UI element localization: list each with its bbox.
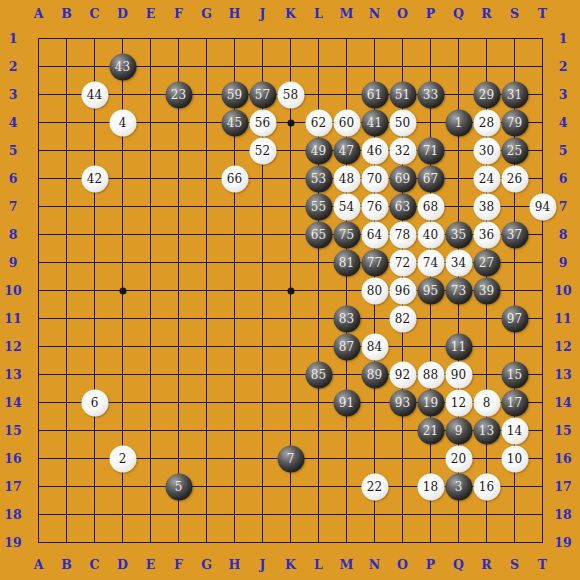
board-point-J7[interactable] <box>249 193 277 221</box>
white-stone-L4[interactable]: 62 <box>305 109 332 136</box>
board-point-D1[interactable] <box>109 25 137 53</box>
board-point-H2[interactable] <box>221 53 249 81</box>
board-point-A9[interactable] <box>25 249 53 277</box>
black-stone-S3[interactable]: 31 <box>501 81 528 108</box>
white-stone-O4[interactable]: 50 <box>389 109 416 136</box>
board-point-Q2[interactable] <box>445 53 473 81</box>
board-point-J2[interactable] <box>249 53 277 81</box>
black-stone-L13[interactable]: 85 <box>305 361 332 388</box>
board-point-E7[interactable] <box>137 193 165 221</box>
board-point-H18[interactable] <box>221 501 249 529</box>
board-point-T11[interactable] <box>529 305 557 333</box>
board-point-T18[interactable] <box>529 501 557 529</box>
board-point-Q18[interactable] <box>445 501 473 529</box>
white-stone-S15[interactable]: 14 <box>501 417 528 444</box>
board-point-H14[interactable] <box>221 389 249 417</box>
board-point-R18[interactable] <box>473 501 501 529</box>
board-point-O1[interactable] <box>389 25 417 53</box>
board-point-O15[interactable] <box>389 417 417 445</box>
black-stone-R15[interactable]: 13 <box>473 417 500 444</box>
black-stone-M9[interactable]: 81 <box>333 249 360 276</box>
board-point-H8[interactable] <box>221 221 249 249</box>
black-stone-M8[interactable]: 75 <box>333 221 360 248</box>
board-point-O12[interactable] <box>389 333 417 361</box>
board-point-C4[interactable] <box>81 109 109 137</box>
white-stone-Q14[interactable]: 12 <box>445 389 472 416</box>
board-point-M3[interactable] <box>333 81 361 109</box>
white-stone-D16[interactable]: 2 <box>109 445 136 472</box>
board-point-E12[interactable] <box>137 333 165 361</box>
board-point-E14[interactable] <box>137 389 165 417</box>
board-point-A13[interactable] <box>25 361 53 389</box>
black-stone-S5[interactable]: 25 <box>501 137 528 164</box>
black-stone-P6[interactable]: 67 <box>417 165 444 192</box>
board-point-B7[interactable] <box>53 193 81 221</box>
board-point-T9[interactable] <box>529 249 557 277</box>
board-point-K14[interactable] <box>277 389 305 417</box>
board-point-M16[interactable] <box>333 445 361 473</box>
board-point-K10[interactable] <box>277 277 305 305</box>
board-point-N1[interactable] <box>361 25 389 53</box>
board-point-B11[interactable] <box>53 305 81 333</box>
board-point-E17[interactable] <box>137 473 165 501</box>
board-point-A14[interactable] <box>25 389 53 417</box>
board-point-F11[interactable] <box>165 305 193 333</box>
black-stone-N13[interactable]: 89 <box>361 361 388 388</box>
board-point-F2[interactable] <box>165 53 193 81</box>
board-point-G1[interactable] <box>193 25 221 53</box>
board-point-F5[interactable] <box>165 137 193 165</box>
board-point-H11[interactable] <box>221 305 249 333</box>
board-point-G6[interactable] <box>193 165 221 193</box>
board-point-G13[interactable] <box>193 361 221 389</box>
board-point-C8[interactable] <box>81 221 109 249</box>
board-point-F7[interactable] <box>165 193 193 221</box>
board-point-R12[interactable] <box>473 333 501 361</box>
board-point-H10[interactable] <box>221 277 249 305</box>
board-point-A11[interactable] <box>25 305 53 333</box>
board-point-D5[interactable] <box>109 137 137 165</box>
board-point-D9[interactable] <box>109 249 137 277</box>
board-point-C1[interactable] <box>81 25 109 53</box>
board-point-C9[interactable] <box>81 249 109 277</box>
board-point-J9[interactable] <box>249 249 277 277</box>
white-stone-R7[interactable]: 38 <box>473 193 500 220</box>
board-point-J12[interactable] <box>249 333 277 361</box>
board-point-L12[interactable] <box>305 333 333 361</box>
board-point-E15[interactable] <box>137 417 165 445</box>
board-point-B1[interactable] <box>53 25 81 53</box>
board-point-K6[interactable] <box>277 165 305 193</box>
board-point-C18[interactable] <box>81 501 109 529</box>
black-stone-M11[interactable]: 83 <box>333 305 360 332</box>
white-stone-R4[interactable]: 28 <box>473 109 500 136</box>
board-point-K18[interactable] <box>277 501 305 529</box>
black-stone-P10[interactable]: 95 <box>417 277 444 304</box>
white-stone-N10[interactable]: 80 <box>361 277 388 304</box>
board-point-P4[interactable] <box>417 109 445 137</box>
black-stone-D2[interactable]: 43 <box>109 53 136 80</box>
board-point-B13[interactable] <box>53 361 81 389</box>
black-stone-J3[interactable]: 57 <box>249 81 276 108</box>
black-stone-N9[interactable]: 77 <box>361 249 388 276</box>
board-point-E16[interactable] <box>137 445 165 473</box>
board-point-E4[interactable] <box>137 109 165 137</box>
board-point-T15[interactable] <box>529 417 557 445</box>
board-point-H5[interactable] <box>221 137 249 165</box>
board-point-C12[interactable] <box>81 333 109 361</box>
white-stone-T7[interactable]: 94 <box>529 193 556 220</box>
board-point-P1[interactable] <box>417 25 445 53</box>
white-stone-N17[interactable]: 22 <box>361 473 388 500</box>
board-point-K13[interactable] <box>277 361 305 389</box>
board-point-T6[interactable] <box>529 165 557 193</box>
board-point-B8[interactable] <box>53 221 81 249</box>
white-stone-R5[interactable]: 30 <box>473 137 500 164</box>
board-point-D13[interactable] <box>109 361 137 389</box>
board-point-C16[interactable] <box>81 445 109 473</box>
board-point-L3[interactable] <box>305 81 333 109</box>
board-point-A19[interactable] <box>25 529 53 557</box>
board-point-G14[interactable] <box>193 389 221 417</box>
board-point-A1[interactable] <box>25 25 53 53</box>
white-stone-M6[interactable]: 48 <box>333 165 360 192</box>
board-point-E9[interactable] <box>137 249 165 277</box>
board-point-T10[interactable] <box>529 277 557 305</box>
black-stone-H4[interactable]: 45 <box>221 109 248 136</box>
board-point-J11[interactable] <box>249 305 277 333</box>
board-point-R1[interactable] <box>473 25 501 53</box>
board-point-L9[interactable] <box>305 249 333 277</box>
black-stone-S4[interactable]: 79 <box>501 109 528 136</box>
board-point-C10[interactable] <box>81 277 109 305</box>
board-point-A6[interactable] <box>25 165 53 193</box>
board-point-K9[interactable] <box>277 249 305 277</box>
board-point-Q1[interactable] <box>445 25 473 53</box>
black-stone-O6[interactable]: 69 <box>389 165 416 192</box>
black-stone-N3[interactable]: 61 <box>361 81 388 108</box>
board-point-F14[interactable] <box>165 389 193 417</box>
board-point-K7[interactable] <box>277 193 305 221</box>
board-point-G4[interactable] <box>193 109 221 137</box>
board-point-E19[interactable] <box>137 529 165 557</box>
board-point-C15[interactable] <box>81 417 109 445</box>
board-point-G2[interactable] <box>193 53 221 81</box>
board-point-K17[interactable] <box>277 473 305 501</box>
board-point-K8[interactable] <box>277 221 305 249</box>
board-point-Q5[interactable] <box>445 137 473 165</box>
board-point-J16[interactable] <box>249 445 277 473</box>
board-point-K19[interactable] <box>277 529 305 557</box>
board-point-K5[interactable] <box>277 137 305 165</box>
board-point-S19[interactable] <box>501 529 529 557</box>
black-stone-Q12[interactable]: 11 <box>445 333 472 360</box>
board-point-K2[interactable] <box>277 53 305 81</box>
black-stone-O14[interactable]: 93 <box>389 389 416 416</box>
white-stone-H6[interactable]: 66 <box>221 165 248 192</box>
black-stone-O7[interactable]: 63 <box>389 193 416 220</box>
board-point-T12[interactable] <box>529 333 557 361</box>
black-stone-F17[interactable]: 5 <box>165 473 192 500</box>
board-point-C13[interactable] <box>81 361 109 389</box>
board-point-E3[interactable] <box>137 81 165 109</box>
board-point-M10[interactable] <box>333 277 361 305</box>
board-point-F10[interactable] <box>165 277 193 305</box>
board-point-G15[interactable] <box>193 417 221 445</box>
black-stone-P5[interactable]: 71 <box>417 137 444 164</box>
board-point-C17[interactable] <box>81 473 109 501</box>
board-point-T13[interactable] <box>529 361 557 389</box>
board-point-G18[interactable] <box>193 501 221 529</box>
board-point-P19[interactable] <box>417 529 445 557</box>
black-stone-P14[interactable]: 19 <box>417 389 444 416</box>
board-point-F15[interactable] <box>165 417 193 445</box>
board-point-L11[interactable] <box>305 305 333 333</box>
white-stone-N12[interactable]: 84 <box>361 333 388 360</box>
board-point-M18[interactable] <box>333 501 361 529</box>
board-point-F19[interactable] <box>165 529 193 557</box>
board-point-E10[interactable] <box>137 277 165 305</box>
white-stone-N8[interactable]: 64 <box>361 221 388 248</box>
board-point-D19[interactable] <box>109 529 137 557</box>
board-point-D8[interactable] <box>109 221 137 249</box>
board-point-D18[interactable] <box>109 501 137 529</box>
board-point-P18[interactable] <box>417 501 445 529</box>
black-stone-Q17[interactable]: 3 <box>445 473 472 500</box>
board-point-H15[interactable] <box>221 417 249 445</box>
board-point-A16[interactable] <box>25 445 53 473</box>
white-stone-R6[interactable]: 24 <box>473 165 500 192</box>
board-point-A4[interactable] <box>25 109 53 137</box>
white-stone-Q9[interactable]: 34 <box>445 249 472 276</box>
black-stone-Q4[interactable]: 1 <box>445 109 472 136</box>
board-point-O16[interactable] <box>389 445 417 473</box>
board-point-C11[interactable] <box>81 305 109 333</box>
board-point-F8[interactable] <box>165 221 193 249</box>
board-point-J6[interactable] <box>249 165 277 193</box>
board-point-J18[interactable] <box>249 501 277 529</box>
board-point-A15[interactable] <box>25 417 53 445</box>
board-point-Q11[interactable] <box>445 305 473 333</box>
board-point-R16[interactable] <box>473 445 501 473</box>
board-point-C5[interactable] <box>81 137 109 165</box>
board-point-N16[interactable] <box>361 445 389 473</box>
white-stone-O5[interactable]: 32 <box>389 137 416 164</box>
white-stone-M7[interactable]: 54 <box>333 193 360 220</box>
board-point-T4[interactable] <box>529 109 557 137</box>
board-point-B9[interactable] <box>53 249 81 277</box>
white-stone-P9[interactable]: 74 <box>417 249 444 276</box>
board-point-H19[interactable] <box>221 529 249 557</box>
board-point-H1[interactable] <box>221 25 249 53</box>
board-point-D11[interactable] <box>109 305 137 333</box>
board-point-J15[interactable] <box>249 417 277 445</box>
board-point-M2[interactable] <box>333 53 361 81</box>
board-point-E2[interactable] <box>137 53 165 81</box>
black-stone-P15[interactable]: 21 <box>417 417 444 444</box>
board-point-G8[interactable] <box>193 221 221 249</box>
board-point-K11[interactable] <box>277 305 305 333</box>
board-point-D10[interactable] <box>109 277 137 305</box>
board-point-M1[interactable] <box>333 25 361 53</box>
board-point-F13[interactable] <box>165 361 193 389</box>
board-point-O2[interactable] <box>389 53 417 81</box>
board-point-D6[interactable] <box>109 165 137 193</box>
white-stone-M4[interactable]: 60 <box>333 109 360 136</box>
board-point-Q7[interactable] <box>445 193 473 221</box>
board-point-D17[interactable] <box>109 473 137 501</box>
board-point-K1[interactable] <box>277 25 305 53</box>
black-stone-N4[interactable]: 41 <box>361 109 388 136</box>
white-stone-R17[interactable]: 16 <box>473 473 500 500</box>
board-point-G17[interactable] <box>193 473 221 501</box>
board-point-O19[interactable] <box>389 529 417 557</box>
white-stone-O8[interactable]: 78 <box>389 221 416 248</box>
white-stone-N7[interactable]: 76 <box>361 193 388 220</box>
board-point-C7[interactable] <box>81 193 109 221</box>
board-point-A12[interactable] <box>25 333 53 361</box>
black-stone-R9[interactable]: 27 <box>473 249 500 276</box>
board-point-J14[interactable] <box>249 389 277 417</box>
board-point-D14[interactable] <box>109 389 137 417</box>
board-point-B3[interactable] <box>53 81 81 109</box>
board-point-K4[interactable] <box>277 109 305 137</box>
white-stone-D4[interactable]: 4 <box>109 109 136 136</box>
board-point-H9[interactable] <box>221 249 249 277</box>
black-stone-S11[interactable]: 97 <box>501 305 528 332</box>
white-stone-R8[interactable]: 36 <box>473 221 500 248</box>
board-point-F12[interactable] <box>165 333 193 361</box>
board-point-S1[interactable] <box>501 25 529 53</box>
board-point-H13[interactable] <box>221 361 249 389</box>
board-point-E1[interactable] <box>137 25 165 53</box>
board-point-E8[interactable] <box>137 221 165 249</box>
black-stone-P3[interactable]: 33 <box>417 81 444 108</box>
board-point-E13[interactable] <box>137 361 165 389</box>
white-stone-K3[interactable]: 58 <box>277 81 304 108</box>
board-point-E6[interactable] <box>137 165 165 193</box>
board-point-T8[interactable] <box>529 221 557 249</box>
board-point-A18[interactable] <box>25 501 53 529</box>
black-stone-R10[interactable]: 39 <box>473 277 500 304</box>
board-point-G12[interactable] <box>193 333 221 361</box>
board-point-B2[interactable] <box>53 53 81 81</box>
board-point-J10[interactable] <box>249 277 277 305</box>
board-point-L1[interactable] <box>305 25 333 53</box>
black-stone-S14[interactable]: 17 <box>501 389 528 416</box>
board-point-T19[interactable] <box>529 529 557 557</box>
board-point-D15[interactable] <box>109 417 137 445</box>
black-stone-Q8[interactable]: 35 <box>445 221 472 248</box>
board-point-F1[interactable] <box>165 25 193 53</box>
board-point-E11[interactable] <box>137 305 165 333</box>
board-point-T1[interactable] <box>529 25 557 53</box>
white-stone-J4[interactable]: 56 <box>249 109 276 136</box>
board-point-R2[interactable] <box>473 53 501 81</box>
board-point-Q19[interactable] <box>445 529 473 557</box>
board-point-P11[interactable] <box>417 305 445 333</box>
board-point-A7[interactable] <box>25 193 53 221</box>
white-stone-O13[interactable]: 92 <box>389 361 416 388</box>
board-point-G10[interactable] <box>193 277 221 305</box>
board-point-H16[interactable] <box>221 445 249 473</box>
board-point-M13[interactable] <box>333 361 361 389</box>
board-point-E5[interactable] <box>137 137 165 165</box>
board-point-B17[interactable] <box>53 473 81 501</box>
white-stone-P8[interactable]: 40 <box>417 221 444 248</box>
white-stone-P17[interactable]: 18 <box>417 473 444 500</box>
white-stone-Q16[interactable]: 20 <box>445 445 472 472</box>
black-stone-L6[interactable]: 53 <box>305 165 332 192</box>
black-stone-M14[interactable]: 91 <box>333 389 360 416</box>
board-point-R19[interactable] <box>473 529 501 557</box>
board-point-F9[interactable] <box>165 249 193 277</box>
black-stone-Q10[interactable]: 73 <box>445 277 472 304</box>
board-point-G19[interactable] <box>193 529 221 557</box>
board-point-N18[interactable] <box>361 501 389 529</box>
white-stone-C3[interactable]: 44 <box>81 81 108 108</box>
board-point-A2[interactable] <box>25 53 53 81</box>
black-stone-K16[interactable]: 7 <box>277 445 304 472</box>
board-point-S10[interactable] <box>501 277 529 305</box>
board-point-B12[interactable] <box>53 333 81 361</box>
board-point-G9[interactable] <box>193 249 221 277</box>
board-point-C19[interactable] <box>81 529 109 557</box>
board-point-S12[interactable] <box>501 333 529 361</box>
board-point-N2[interactable] <box>361 53 389 81</box>
board-point-B10[interactable] <box>53 277 81 305</box>
board-point-R11[interactable] <box>473 305 501 333</box>
board-point-L16[interactable] <box>305 445 333 473</box>
board-point-B16[interactable] <box>53 445 81 473</box>
board-point-J8[interactable] <box>249 221 277 249</box>
board-point-P12[interactable] <box>417 333 445 361</box>
board-point-B6[interactable] <box>53 165 81 193</box>
board-point-A10[interactable] <box>25 277 53 305</box>
black-stone-L8[interactable]: 65 <box>305 221 332 248</box>
board-point-J19[interactable] <box>249 529 277 557</box>
black-stone-M5[interactable]: 47 <box>333 137 360 164</box>
white-stone-C14[interactable]: 6 <box>81 389 108 416</box>
black-stone-H3[interactable]: 59 <box>221 81 248 108</box>
board-point-J17[interactable] <box>249 473 277 501</box>
board-point-H12[interactable] <box>221 333 249 361</box>
black-stone-L7[interactable]: 55 <box>305 193 332 220</box>
white-stone-P7[interactable]: 68 <box>417 193 444 220</box>
white-stone-O10[interactable]: 96 <box>389 277 416 304</box>
board-point-P16[interactable] <box>417 445 445 473</box>
board-point-P2[interactable] <box>417 53 445 81</box>
board-point-L17[interactable] <box>305 473 333 501</box>
board-point-F18[interactable] <box>165 501 193 529</box>
board-point-M17[interactable] <box>333 473 361 501</box>
board-point-S7[interactable] <box>501 193 529 221</box>
board-point-G11[interactable] <box>193 305 221 333</box>
white-stone-Q13[interactable]: 90 <box>445 361 472 388</box>
black-stone-R3[interactable]: 29 <box>473 81 500 108</box>
board-point-K12[interactable] <box>277 333 305 361</box>
white-stone-J5[interactable]: 52 <box>249 137 276 164</box>
white-stone-S16[interactable]: 10 <box>501 445 528 472</box>
board-point-F6[interactable] <box>165 165 193 193</box>
board-point-B19[interactable] <box>53 529 81 557</box>
board-point-B18[interactable] <box>53 501 81 529</box>
white-stone-R14[interactable]: 8 <box>473 389 500 416</box>
board-point-S17[interactable] <box>501 473 529 501</box>
board-point-A3[interactable] <box>25 81 53 109</box>
board-point-S18[interactable] <box>501 501 529 529</box>
board-point-T5[interactable] <box>529 137 557 165</box>
